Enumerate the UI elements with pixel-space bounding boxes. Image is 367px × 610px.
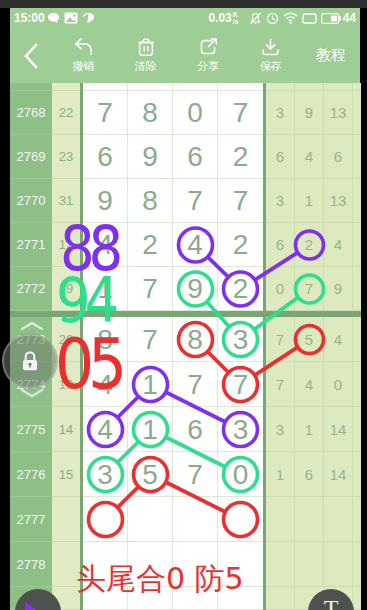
edge-cell-2771 xyxy=(353,223,361,267)
status-time: 15:00 xyxy=(14,11,45,25)
digit-cell-2773-3: 3 xyxy=(218,317,263,362)
digit-cell-partial xyxy=(128,83,173,91)
stat-cell-bottom xyxy=(266,587,295,610)
edge-cell-2773 xyxy=(353,317,361,362)
digit-cell-2768-0: 7 xyxy=(83,91,128,135)
edge-cell-2775 xyxy=(353,407,361,452)
digit-cell-2768-3: 7 xyxy=(218,91,263,135)
digit-cell-2771-0: 4 xyxy=(83,223,128,267)
digit-cell-2775-1: 1 xyxy=(128,407,173,452)
period-cell-2775: 2775 xyxy=(10,407,52,452)
stat-cell-partial xyxy=(324,83,353,91)
stat-cell-partial xyxy=(295,83,324,91)
device-icon xyxy=(302,13,317,24)
clear-button[interactable]: 清除 xyxy=(115,37,178,74)
download-icon xyxy=(260,37,281,57)
period-cell-2776: 2776 xyxy=(10,452,52,497)
digit-cell-2777-0 xyxy=(83,497,128,542)
digit-cell-2771-1: 2 xyxy=(128,223,173,267)
period-cell-2768: 2768 xyxy=(10,91,52,135)
photo-icon xyxy=(64,12,78,24)
digit-cell-2775-2: 6 xyxy=(173,407,218,452)
stat-cell-2775-0: 3 xyxy=(266,407,295,452)
digit-cell-2768-1: 8 xyxy=(128,91,173,135)
pen-icon xyxy=(19,602,36,610)
digit-cell-bottom xyxy=(218,587,263,610)
back-chevron-icon xyxy=(22,43,40,69)
digit-cell-2774-2: 7 xyxy=(173,362,218,407)
stat-cell-2770-0: 3 xyxy=(266,179,295,223)
digit-cell-2769-2: 6 xyxy=(173,135,218,179)
period-cell-partial xyxy=(10,83,52,91)
stat-cell-2775-2: 14 xyxy=(324,407,353,452)
digit-cell-bottom xyxy=(173,587,218,610)
edge-cell-2778 xyxy=(353,542,361,587)
period-cell-2771: 2771 xyxy=(10,223,52,267)
stat-cell-2772-0: 0 xyxy=(266,267,295,311)
share-button[interactable]: 分享 xyxy=(177,37,240,74)
net-speed: 0.03 xyxy=(208,11,231,25)
digit-cell-2776-3: 0 xyxy=(218,452,263,497)
digit-cell-2772-0: 1 xyxy=(83,267,128,311)
stat-cell-2774-1: 4 xyxy=(295,362,324,407)
digit-cell-2777-2 xyxy=(173,497,218,542)
digit-cell-2770-3: 7 xyxy=(218,179,263,223)
digit-cell-2776-0: 3 xyxy=(83,452,128,497)
toolbar: 撤销 清除 分享 保存 教程 xyxy=(10,28,360,83)
digit-cell-2778-0 xyxy=(83,542,128,587)
save-button[interactable]: 保存 xyxy=(240,37,303,74)
digit-cell-partial xyxy=(173,83,218,91)
stat-cell-2778-0 xyxy=(266,542,295,587)
period-cell-2772: 2772 xyxy=(10,267,52,311)
sum-cell-2775: 14 xyxy=(52,407,80,452)
stat-cell-2772-2: 9 xyxy=(324,267,353,311)
sum-cell-partial xyxy=(52,83,80,91)
battery-percent: 44 xyxy=(343,11,356,25)
edge-cell-bottom xyxy=(353,587,361,610)
digit-cell-2773-2: 8 xyxy=(173,317,218,362)
digit-cell-2775-0: 4 xyxy=(83,407,128,452)
digit-cell-2774-1: 1 xyxy=(128,362,173,407)
digit-cell-2778-3 xyxy=(218,542,263,587)
digit-cell-bottom xyxy=(128,587,173,610)
digit-cell-2772-2: 9 xyxy=(173,267,218,311)
stat-cell-2773-2: 4 xyxy=(324,317,353,362)
sum-cell-2771: 12 xyxy=(52,223,80,267)
stat-cell-2773-1: 5 xyxy=(295,317,324,362)
back-button[interactable] xyxy=(10,43,52,69)
period-cell-2778: 2778 xyxy=(10,542,52,587)
stat-cell-2777-2 xyxy=(324,497,353,542)
digit-cell-2771-2: 4 xyxy=(173,223,218,267)
digit-cell-2770-0: 9 xyxy=(83,179,128,223)
stat-cell-2769-0: 6 xyxy=(266,135,295,179)
edge-cell-2777 xyxy=(353,497,361,542)
digit-cell-2769-0: 6 xyxy=(83,135,128,179)
digit-cell-2774-3: 7 xyxy=(218,362,263,407)
share-label: 分享 xyxy=(197,59,219,74)
stat-cell-2778-1 xyxy=(295,542,324,587)
digit-cell-bottom xyxy=(83,587,128,610)
undo-icon xyxy=(72,37,94,57)
digit-cell-2769-3: 2 xyxy=(218,135,263,179)
digit-cell-2776-1: 5 xyxy=(128,452,173,497)
battery-icon xyxy=(321,13,341,24)
edge-cell-2776 xyxy=(353,452,361,497)
stat-cell-2770-1: 1 xyxy=(295,179,324,223)
digit-cell-partial xyxy=(218,83,263,91)
sum-cell-2768: 22 xyxy=(52,91,80,135)
wifi-icon xyxy=(283,12,298,24)
sum-cell-2776: 15 xyxy=(52,452,80,497)
digit-cell-2776-2: 7 xyxy=(173,452,218,497)
digit-cell-2777-1 xyxy=(128,497,173,542)
digit-cell-2769-1: 9 xyxy=(128,135,173,179)
digit-cell-2778-2 xyxy=(173,542,218,587)
digit-cell-2774-0: 4 xyxy=(83,362,128,407)
edge-cell-2768 xyxy=(353,91,361,135)
stat-cell-2771-1: 2 xyxy=(295,223,324,267)
digit-cell-2770-1: 8 xyxy=(128,179,173,223)
stat-cell-2776-2: 14 xyxy=(324,452,353,497)
stat-cell-2773-0: 7 xyxy=(266,317,295,362)
lock-icon xyxy=(17,348,43,374)
sum-cell-2769: 23 xyxy=(52,135,80,179)
edge-cell-2769 xyxy=(353,135,361,179)
digit-cell-2772-1: 7 xyxy=(128,267,173,311)
chevron-up-icon[interactable] xyxy=(20,321,44,331)
digit-cell-2772-3: 2 xyxy=(218,267,263,311)
net-speed-unit: K/s xyxy=(233,11,239,25)
stat-cell-2768-2: 13 xyxy=(324,91,353,135)
status-bar: 15:00 0.03 K/s 44 xyxy=(10,8,360,28)
digit-cell-2773-0: 8 xyxy=(83,317,128,362)
stat-cell-2772-1: 7 xyxy=(295,267,324,311)
sum-cell-2778 xyxy=(52,542,80,587)
sum-cell-2777 xyxy=(52,497,80,542)
stat-cell-2777-0 xyxy=(266,497,295,542)
digit-cell-2778-1 xyxy=(128,542,173,587)
stat-cell-2770-2: 13 xyxy=(324,179,353,223)
stat-cell-2768-0: 3 xyxy=(266,91,295,135)
trash-icon xyxy=(136,37,156,57)
stat-cell-2771-2: 4 xyxy=(324,223,353,267)
digit-cell-2771-3: 2 xyxy=(218,223,263,267)
sum-cell-2772: 19 xyxy=(52,267,80,311)
chat-bubble-icon xyxy=(47,12,60,24)
undo-button[interactable]: 撤销 xyxy=(52,37,115,74)
edge-cell-2772 xyxy=(353,267,361,311)
edge-cell-2774 xyxy=(353,362,361,407)
trend-chart-canvas[interactable]: 2768227807391327692369626462770319877311… xyxy=(10,83,361,610)
tutorial-button[interactable]: 教程 xyxy=(302,46,360,65)
screen-top-strip xyxy=(0,0,367,8)
stat-cell-2769-1: 4 xyxy=(295,135,324,179)
stat-cell-2776-0: 1 xyxy=(266,452,295,497)
stat-cell-2777-1 xyxy=(295,497,324,542)
stat-cell-partial xyxy=(266,83,295,91)
share-icon xyxy=(198,37,219,57)
stat-cell-2774-2: 0 xyxy=(324,362,353,407)
digit-cell-2775-3: 3 xyxy=(218,407,263,452)
chat-bubble-icon xyxy=(82,12,95,24)
digit-cell-2777-3 xyxy=(218,497,263,542)
sum-cell-2770: 31 xyxy=(52,179,80,223)
digit-cell-2773-1: 7 xyxy=(128,317,173,362)
stat-cell-2771-0: 6 xyxy=(266,223,295,267)
mute-icon xyxy=(249,12,262,25)
period-cell-2769: 2769 xyxy=(10,135,52,179)
stat-cell-2775-1: 1 xyxy=(295,407,324,452)
stat-cell-2776-1: 6 xyxy=(295,452,324,497)
digit-cell-2768-2: 0 xyxy=(173,91,218,135)
digit-cell-2770-2: 7 xyxy=(173,179,218,223)
chevron-down-icon[interactable] xyxy=(20,388,44,398)
edge-cell-partial xyxy=(353,83,361,91)
lock-button[interactable] xyxy=(2,333,58,389)
period-cell-2770: 2770 xyxy=(10,179,52,223)
clear-label: 清除 xyxy=(135,59,157,74)
edge-cell-2770 xyxy=(353,179,361,223)
digit-cell-partial xyxy=(83,83,128,91)
stat-cell-2769-2: 6 xyxy=(324,135,353,179)
period-cell-2777: 2777 xyxy=(10,497,52,542)
save-label: 保存 xyxy=(260,59,282,74)
undo-label: 撤销 xyxy=(72,59,94,74)
stat-cell-2768-1: 9 xyxy=(295,91,324,135)
stat-cell-2774-0: 7 xyxy=(266,362,295,407)
stat-cell-2778-2 xyxy=(324,542,353,587)
clock-icon xyxy=(266,12,279,25)
